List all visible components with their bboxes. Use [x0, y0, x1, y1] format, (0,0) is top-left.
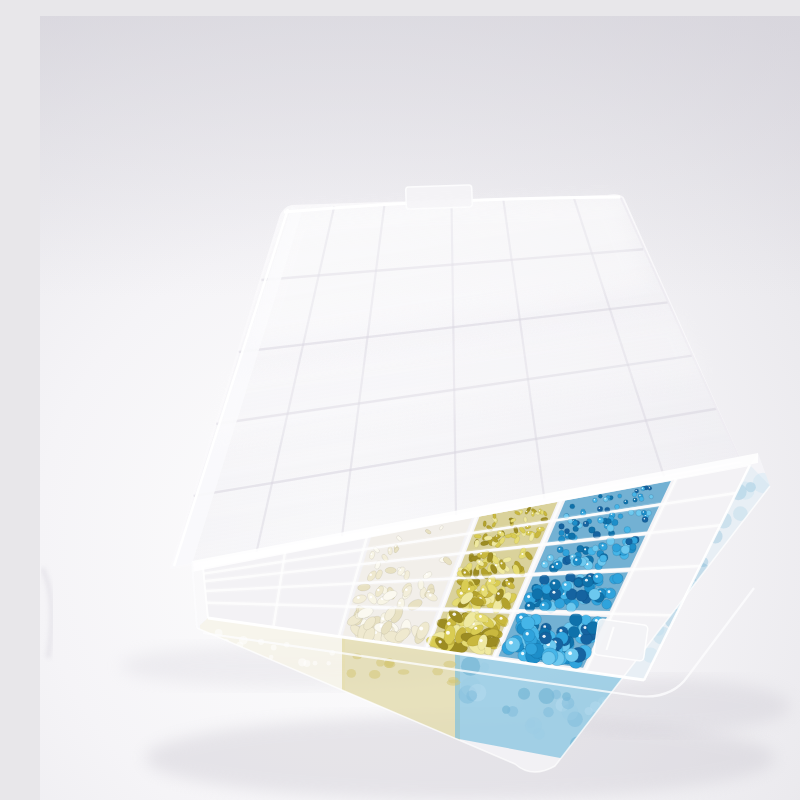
bead-organizer-photo	[40, 16, 800, 800]
front-latch-tab	[594, 619, 649, 662]
photo-canvas	[40, 16, 800, 800]
